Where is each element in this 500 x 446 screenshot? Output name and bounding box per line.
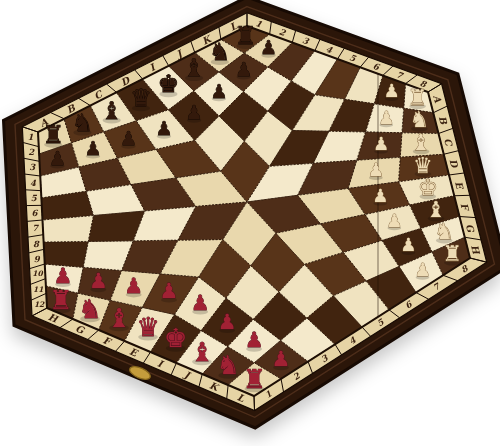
dark-pawn-c2[interactable]: ♟: [120, 127, 137, 149]
white-queen-d1[interactable]: ♛: [413, 153, 433, 178]
red-pawn-j2[interactable]: ♟: [218, 310, 237, 334]
coordinate-label-10: 10: [32, 269, 43, 278]
red-pawn-f2[interactable]: ♟: [124, 274, 143, 298]
dark-rook-a1[interactable]: ♜: [42, 121, 64, 149]
white-bishop-c1[interactable]: ♝: [411, 130, 431, 155]
dark-knight-b1[interactable]: ♞: [72, 109, 94, 137]
white-pawn-f2[interactable]: ♟: [386, 210, 402, 231]
coordinate-label-11: 11: [33, 285, 43, 294]
white-rook-h1[interactable]: ♜: [443, 241, 463, 266]
dark-bishop-j1[interactable]: ♝: [183, 54, 205, 82]
red-pawn-l2[interactable]: ♟: [272, 347, 291, 371]
red-pawn-k2[interactable]: ♟: [245, 328, 264, 352]
white-rook-a1[interactable]: ♜: [408, 85, 428, 110]
label-separator: [254, 396, 255, 411]
red-king-i1[interactable]: ♚: [164, 323, 187, 353]
red-queen-e1[interactable]: ♛: [136, 312, 159, 342]
white-pawn-e2[interactable]: ♟: [372, 185, 388, 206]
white-pawn-g2[interactable]: ♟: [400, 234, 416, 255]
red-pawn-e2[interactable]: ♟: [160, 279, 179, 303]
three-player-chess-board: 12345678ABCDEFGH87654321LKJIEFGH12111098…: [0, 0, 500, 446]
dark-pawn-b2[interactable]: ♟: [84, 137, 101, 159]
dark-bishop-c1[interactable]: ♝: [101, 97, 123, 125]
white-pawn-h2[interactable]: ♟: [414, 259, 430, 280]
dark-pawn-d2[interactable]: ♟: [155, 117, 172, 139]
red-bishop-j1[interactable]: ♝: [190, 337, 213, 367]
red-rook-h1[interactable]: ♜: [49, 285, 72, 315]
red-bishop-f1[interactable]: ♝: [107, 303, 130, 333]
dark-queen-d1[interactable]: ♛: [130, 84, 152, 112]
dark-pawn-k2[interactable]: ♟: [235, 58, 252, 80]
coordinate-label-1: 1: [28, 132, 34, 142]
red-pawn-g2[interactable]: ♟: [89, 269, 108, 293]
coordinate-label-12: 12: [34, 300, 45, 309]
white-pawn-b2[interactable]: ♟: [378, 107, 394, 128]
white-pawn-a2[interactable]: ♟: [383, 80, 399, 101]
dark-knight-k1[interactable]: ♞: [209, 38, 231, 66]
white-pawn-d2[interactable]: ♟: [368, 159, 384, 180]
red-rook-l1[interactable]: ♜: [243, 364, 266, 394]
dark-rook-l1[interactable]: ♜: [235, 22, 257, 50]
dark-pawn-a2[interactable]: ♟: [49, 147, 66, 169]
dark-pawn-l2[interactable]: ♟: [260, 36, 277, 58]
dark-pawn-i2[interactable]: ♟: [186, 101, 203, 123]
red-knight-g1[interactable]: ♞: [78, 294, 101, 324]
photo-background: 12345678ABCDEFGH87654321LKJIEFGH12111098…: [0, 0, 500, 446]
square-red-h4[interactable]: [43, 216, 94, 243]
red-knight-k1[interactable]: ♞: [216, 350, 239, 380]
white-pawn-c2[interactable]: ♟: [373, 133, 389, 154]
dark-king-i1[interactable]: ♚: [158, 70, 180, 98]
white-knight-b1[interactable]: ♞: [409, 107, 429, 132]
red-pawn-i2[interactable]: ♟: [191, 291, 210, 315]
dark-pawn-j2[interactable]: ♟: [210, 80, 227, 102]
